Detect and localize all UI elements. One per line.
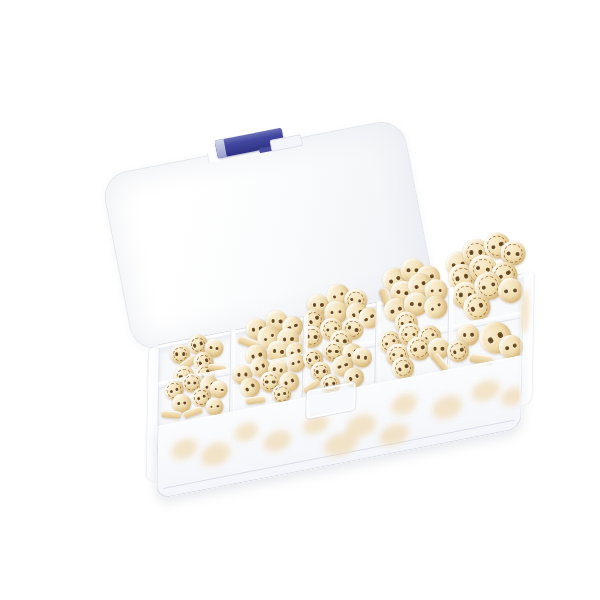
box-right-wall [519, 271, 534, 406]
button-hole [320, 303, 324, 307]
button-hole [391, 338, 396, 343]
button-through-wall [472, 378, 500, 404]
button-hole [297, 360, 301, 364]
button-hole [406, 268, 410, 272]
button-through-wall [171, 436, 197, 461]
button-hole [196, 396, 200, 400]
button-hole [487, 337, 494, 344]
button-hole [279, 369, 283, 373]
button-hole [175, 387, 179, 391]
button-hole [506, 250, 510, 254]
button-hole [344, 362, 348, 366]
button-hole [440, 347, 444, 351]
button-hole [312, 303, 316, 307]
button-hole [314, 356, 318, 360]
button-through-wall [521, 288, 530, 335]
button-hole [396, 290, 400, 294]
button-hole [404, 332, 408, 336]
button-hole [244, 373, 247, 376]
organizer-box-with-lid [100, 98, 565, 500]
wooden-button-edge-view [245, 396, 266, 406]
button-hole [290, 361, 294, 365]
button-hole [264, 380, 267, 383]
button-hole [391, 352, 395, 356]
button-through-wall [264, 428, 292, 454]
button-hole [183, 401, 186, 404]
button-through-wall [324, 430, 358, 459]
button-hole [463, 273, 468, 278]
button-hole [414, 285, 419, 290]
button-hole [349, 297, 353, 301]
button-hole [430, 332, 435, 337]
button-hole [193, 381, 196, 384]
button-hole [404, 364, 409, 369]
button-hole [335, 349, 339, 353]
button-hole [349, 377, 353, 381]
button-hole [490, 245, 495, 250]
button-hole [283, 391, 287, 395]
button-hole [261, 364, 265, 368]
button-hole [216, 405, 219, 408]
button-hole [470, 333, 474, 337]
button-through-wall [201, 440, 231, 468]
button-hole [271, 319, 275, 323]
button-hole [308, 358, 312, 362]
button-hole [469, 250, 474, 255]
button-hole [276, 392, 280, 396]
button-hole [187, 381, 190, 384]
button-hole [384, 341, 389, 346]
button-hole [332, 294, 337, 299]
button-hole [357, 355, 360, 358]
button-hole [169, 389, 173, 393]
button-hole [505, 270, 511, 276]
button-hole [290, 378, 294, 382]
button-hole [220, 388, 223, 391]
button-hole [328, 349, 332, 353]
button-hole [337, 364, 341, 368]
button-hole [452, 350, 457, 355]
button-hole [397, 367, 402, 372]
button-hole [505, 346, 510, 351]
button-hole [316, 370, 319, 373]
button-hole [364, 356, 367, 359]
button-hole [202, 394, 206, 398]
button-hole [214, 387, 217, 390]
button-hole [251, 383, 255, 387]
button-hole [413, 347, 418, 352]
button-hole [411, 332, 415, 336]
button-through-wall [234, 420, 258, 443]
button-through-wall [379, 422, 409, 448]
wooden-button-plain [351, 347, 373, 369]
wooden-button-edge-view [161, 411, 181, 420]
button-hole [273, 367, 277, 371]
button-hole [339, 291, 344, 296]
button-hole [420, 345, 425, 350]
button-through-wall [432, 393, 462, 421]
button-hole [512, 343, 517, 348]
button-hole [245, 387, 249, 391]
button-hole [515, 251, 519, 255]
button-hole [355, 374, 359, 378]
wooden-button-plain [208, 379, 229, 400]
button-hole [322, 370, 325, 373]
button-through-wall [391, 392, 417, 417]
button-hole [478, 249, 483, 254]
button-hole [210, 405, 213, 408]
button-hole [237, 373, 240, 376]
button-hole [433, 347, 437, 351]
button-hole [176, 402, 179, 405]
button-hole [255, 366, 259, 370]
button-hole [476, 266, 481, 271]
button-hole [454, 276, 459, 281]
button-hole [459, 347, 464, 352]
button-hole [463, 333, 467, 337]
product-photo [0, 0, 600, 600]
button-hole [272, 380, 275, 383]
